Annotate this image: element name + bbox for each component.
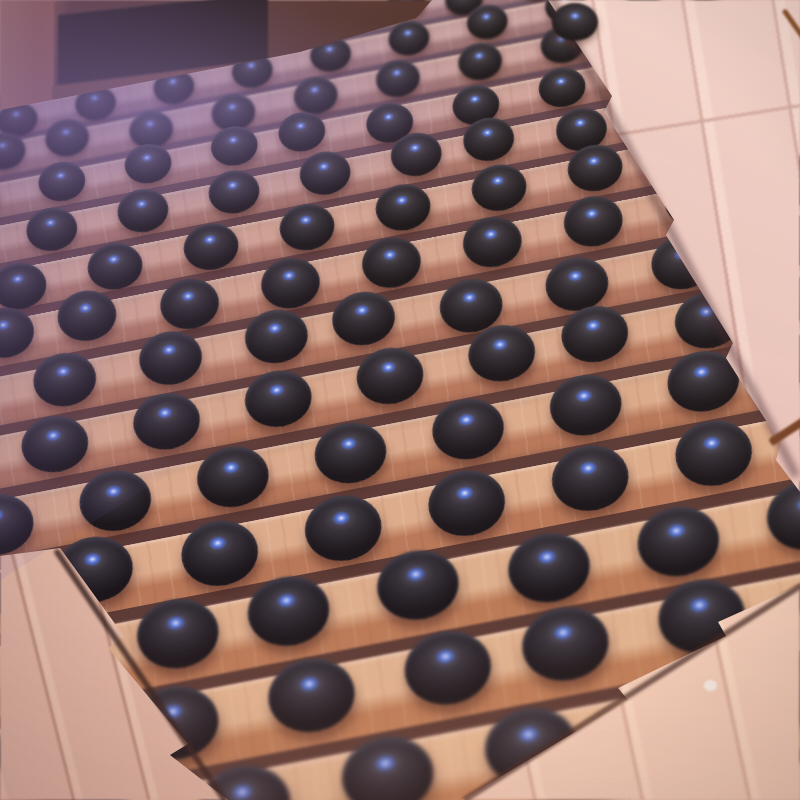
- stray-black-stone: [552, 3, 598, 41]
- photo-stage: [0, 0, 800, 800]
- black-stone: [0, 176, 2, 223]
- wood-pillar: [0, 0, 54, 110]
- white-speck: [704, 680, 717, 691]
- black-stone: [0, 488, 39, 561]
- black-stone: [0, 258, 50, 314]
